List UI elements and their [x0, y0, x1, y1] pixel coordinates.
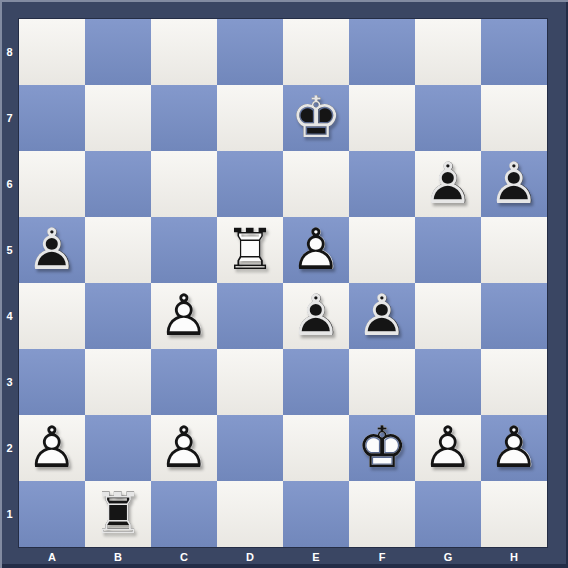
square-h3[interactable]: [481, 349, 547, 415]
piece-black-pawn[interactable]: ♟♙: [349, 283, 415, 349]
black-pawn-glyph-outline: ♙: [481, 150, 547, 216]
piece-black-pawn[interactable]: ♟♙: [283, 283, 349, 349]
square-e5[interactable]: ♟♙: [283, 217, 349, 283]
rank-label-2: 2: [0, 415, 19, 481]
square-h8[interactable]: [481, 19, 547, 85]
square-g4[interactable]: [415, 283, 481, 349]
white-king-glyph-outline: ♔: [349, 414, 415, 480]
file-labels: ABCDEFGH: [19, 547, 547, 566]
square-a3[interactable]: [19, 349, 85, 415]
square-h6[interactable]: ♟♙: [481, 151, 547, 217]
square-a6[interactable]: [19, 151, 85, 217]
rank-label-6: 6: [0, 151, 19, 217]
square-b2[interactable]: [85, 415, 151, 481]
square-e3[interactable]: [283, 349, 349, 415]
piece-black-rook[interactable]: ♜♖: [85, 481, 151, 547]
square-e8[interactable]: [283, 19, 349, 85]
square-e4[interactable]: ♟♙: [283, 283, 349, 349]
square-h1[interactable]: [481, 481, 547, 547]
rank-label-5: 5: [0, 217, 19, 283]
square-b6[interactable]: [85, 151, 151, 217]
piece-white-pawn[interactable]: ♟♙: [283, 217, 349, 283]
square-h4[interactable]: [481, 283, 547, 349]
piece-black-king[interactable]: ♚♔: [283, 85, 349, 151]
white-pawn-glyph-outline: ♙: [283, 216, 349, 282]
piece-black-pawn[interactable]: ♟♙: [19, 217, 85, 283]
square-g5[interactable]: [415, 217, 481, 283]
square-c2[interactable]: ♟♙: [151, 415, 217, 481]
square-a8[interactable]: [19, 19, 85, 85]
square-e7[interactable]: ♚♔: [283, 85, 349, 151]
file-label-e: E: [283, 547, 349, 566]
square-d3[interactable]: [217, 349, 283, 415]
square-f7[interactable]: [349, 85, 415, 151]
piece-white-king[interactable]: ♚♔: [349, 415, 415, 481]
square-g2[interactable]: ♟♙: [415, 415, 481, 481]
square-f2[interactable]: ♚♔: [349, 415, 415, 481]
square-a4[interactable]: [19, 283, 85, 349]
square-d4[interactable]: [217, 283, 283, 349]
square-b5[interactable]: [85, 217, 151, 283]
square-a7[interactable]: [19, 85, 85, 151]
square-f8[interactable]: [349, 19, 415, 85]
black-rook-glyph-outline: ♖: [85, 480, 151, 546]
white-pawn-glyph-outline: ♙: [151, 414, 217, 480]
square-b8[interactable]: [85, 19, 151, 85]
square-a1[interactable]: [19, 481, 85, 547]
piece-white-pawn[interactable]: ♟♙: [151, 415, 217, 481]
square-h2[interactable]: ♟♙: [481, 415, 547, 481]
file-label-f: F: [349, 547, 415, 566]
square-d2[interactable]: [217, 415, 283, 481]
piece-white-rook[interactable]: ♜♖: [217, 217, 283, 283]
square-c1[interactable]: [151, 481, 217, 547]
square-g8[interactable]: [415, 19, 481, 85]
square-d1[interactable]: [217, 481, 283, 547]
square-g3[interactable]: [415, 349, 481, 415]
piece-black-pawn[interactable]: ♟♙: [415, 151, 481, 217]
white-pawn-glyph-outline: ♙: [481, 414, 547, 480]
square-c5[interactable]: [151, 217, 217, 283]
black-king-glyph-outline: ♔: [283, 84, 349, 150]
square-b4[interactable]: [85, 283, 151, 349]
file-label-a: A: [19, 547, 85, 566]
piece-white-pawn[interactable]: ♟♙: [415, 415, 481, 481]
square-f6[interactable]: [349, 151, 415, 217]
square-f4[interactable]: ♟♙: [349, 283, 415, 349]
square-e2[interactable]: [283, 415, 349, 481]
rank-label-4: 4: [0, 283, 19, 349]
black-pawn-glyph-outline: ♙: [415, 150, 481, 216]
rank-label-7: 7: [0, 85, 19, 151]
file-label-c: C: [151, 547, 217, 566]
piece-white-pawn[interactable]: ♟♙: [481, 415, 547, 481]
square-d5[interactable]: ♜♖: [217, 217, 283, 283]
square-d8[interactable]: [217, 19, 283, 85]
square-c3[interactable]: [151, 349, 217, 415]
square-c4[interactable]: ♟♙: [151, 283, 217, 349]
piece-black-pawn[interactable]: ♟♙: [481, 151, 547, 217]
white-rook-glyph-outline: ♖: [217, 216, 283, 282]
square-c8[interactable]: [151, 19, 217, 85]
black-pawn-glyph-outline: ♙: [283, 282, 349, 348]
square-c6[interactable]: [151, 151, 217, 217]
chess-board-frame: 87654321 ABCDEFGH ♚♔♟♙♟♙♟♙♜♖♟♙♟♙♟♙♟♙♟♙♟♙…: [0, 0, 568, 568]
rank-label-3: 3: [0, 349, 19, 415]
square-f5[interactable]: [349, 217, 415, 283]
square-b7[interactable]: [85, 85, 151, 151]
square-g6[interactable]: ♟♙: [415, 151, 481, 217]
piece-white-pawn[interactable]: ♟♙: [19, 415, 85, 481]
white-pawn-glyph-outline: ♙: [151, 282, 217, 348]
square-e6[interactable]: [283, 151, 349, 217]
square-d7[interactable]: [217, 85, 283, 151]
square-d6[interactable]: [217, 151, 283, 217]
square-g1[interactable]: [415, 481, 481, 547]
file-label-b: B: [85, 547, 151, 566]
square-b1[interactable]: ♜♖: [85, 481, 151, 547]
square-h5[interactable]: [481, 217, 547, 283]
board: ♚♔♟♙♟♙♟♙♜♖♟♙♟♙♟♙♟♙♟♙♟♙♚♔♟♙♟♙♜♖: [19, 19, 547, 547]
square-g7[interactable]: [415, 85, 481, 151]
file-label-d: D: [217, 547, 283, 566]
square-a5[interactable]: ♟♙: [19, 217, 85, 283]
square-b3[interactable]: [85, 349, 151, 415]
black-pawn-glyph-outline: ♙: [349, 282, 415, 348]
rank-labels: 87654321: [0, 19, 19, 547]
square-c7[interactable]: [151, 85, 217, 151]
rank-label-1: 1: [0, 481, 19, 547]
square-f3[interactable]: [349, 349, 415, 415]
white-pawn-glyph-outline: ♙: [19, 414, 85, 480]
black-pawn-glyph-outline: ♙: [19, 216, 85, 282]
file-label-h: H: [481, 547, 547, 566]
square-a2[interactable]: ♟♙: [19, 415, 85, 481]
rank-label-8: 8: [0, 19, 19, 85]
square-f1[interactable]: [349, 481, 415, 547]
square-e1[interactable]: [283, 481, 349, 547]
white-pawn-glyph-outline: ♙: [415, 414, 481, 480]
file-label-g: G: [415, 547, 481, 566]
piece-white-pawn[interactable]: ♟♙: [151, 283, 217, 349]
square-h7[interactable]: [481, 85, 547, 151]
